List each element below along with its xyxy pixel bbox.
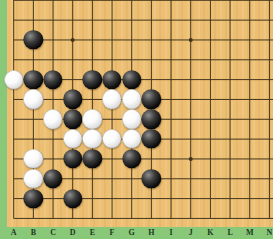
- board-intersection[interactable]: [63, 30, 83, 50]
- board-intersection[interactable]: [259, 70, 273, 90]
- board-intersection[interactable]: [82, 90, 102, 110]
- board-intersection[interactable]: [102, 169, 122, 189]
- board-intersection[interactable]: [82, 109, 102, 129]
- black-stone: [43, 70, 62, 89]
- board-intersection[interactable]: [220, 129, 240, 149]
- board-intersection[interactable]: [200, 70, 220, 90]
- board-intersection[interactable]: [240, 149, 260, 169]
- column-label-i: I: [169, 228, 172, 238]
- board-intersection[interactable]: [24, 169, 44, 189]
- board-intersection[interactable]: [63, 189, 83, 209]
- column-label-f: F: [110, 228, 115, 238]
- board-intersection[interactable]: [141, 10, 161, 30]
- board-intersection[interactable]: [200, 50, 220, 70]
- board-intersection[interactable]: [4, 129, 24, 149]
- board-intersection[interactable]: [43, 10, 63, 30]
- board-intersection[interactable]: [200, 209, 220, 229]
- board-intersection[interactable]: [259, 50, 273, 70]
- board-intersection[interactable]: [122, 169, 142, 189]
- board-intersection[interactable]: [63, 109, 83, 129]
- board-intersection[interactable]: [161, 209, 181, 229]
- board-intersection[interactable]: [220, 10, 240, 30]
- go-board: [4, 0, 273, 228]
- white-stone: [122, 110, 141, 129]
- white-stone: [83, 129, 102, 148]
- board-intersection[interactable]: [82, 50, 102, 70]
- board-intersection[interactable]: [181, 0, 201, 10]
- column-label-h: H: [148, 228, 154, 238]
- white-stone: [63, 129, 82, 148]
- board-intersection[interactable]: [24, 189, 44, 209]
- board-intersection[interactable]: [141, 149, 161, 169]
- black-stone: [24, 189, 43, 208]
- white-stone: [122, 129, 141, 148]
- board-intersection[interactable]: [240, 169, 260, 189]
- board-intersection[interactable]: [102, 30, 122, 50]
- white-stone: [4, 70, 23, 89]
- board-intersection[interactable]: [43, 129, 63, 149]
- board-intersection[interactable]: [82, 30, 102, 50]
- board-intersection[interactable]: [4, 70, 24, 90]
- column-label-l: L: [227, 228, 232, 238]
- go-app-window: ABCDEFGHIJKLMN: [0, 0, 273, 239]
- board-intersection[interactable]: [141, 189, 161, 209]
- board-intersection[interactable]: [122, 209, 142, 229]
- board-intersection[interactable]: [181, 10, 201, 30]
- white-stone: [24, 90, 43, 109]
- board-intersection[interactable]: [24, 30, 44, 50]
- black-stone: [122, 70, 141, 89]
- board-intersection[interactable]: [259, 30, 273, 50]
- board-intersection[interactable]: [161, 149, 181, 169]
- board-intersection[interactable]: [63, 10, 83, 30]
- board-intersection[interactable]: [141, 70, 161, 90]
- board-intersection[interactable]: [63, 50, 83, 70]
- board-intersection[interactable]: [240, 50, 260, 70]
- board-intersection[interactable]: [63, 209, 83, 229]
- board-intersection[interactable]: [63, 90, 83, 110]
- board-intersection[interactable]: [122, 189, 142, 209]
- board-intersection[interactable]: [43, 0, 63, 10]
- board-intersection[interactable]: [200, 10, 220, 30]
- board-intersection[interactable]: [122, 90, 142, 110]
- board-intersection[interactable]: [161, 10, 181, 30]
- board-intersection[interactable]: [82, 169, 102, 189]
- board-intersection[interactable]: [240, 109, 260, 129]
- board-intersection[interactable]: [161, 90, 181, 110]
- board-intersection[interactable]: [141, 109, 161, 129]
- board-intersection[interactable]: [259, 129, 273, 149]
- white-stone: [83, 110, 102, 129]
- board-intersection[interactable]: [102, 50, 122, 70]
- board-intersection[interactable]: [240, 70, 260, 90]
- board-intersection[interactable]: [161, 109, 181, 129]
- board-intersection[interactable]: [122, 50, 142, 70]
- board-intersection[interactable]: [82, 209, 102, 229]
- board-intersection[interactable]: [240, 0, 260, 10]
- board-intersection[interactable]: [181, 209, 201, 229]
- board-intersection[interactable]: [24, 209, 44, 229]
- board-intersection[interactable]: [82, 149, 102, 169]
- board-intersection[interactable]: [259, 10, 273, 30]
- white-stone: [102, 90, 121, 109]
- board-intersection[interactable]: [220, 50, 240, 70]
- board-intersection[interactable]: [4, 109, 24, 129]
- board-intersection[interactable]: [141, 30, 161, 50]
- board-intersection[interactable]: [220, 189, 240, 209]
- board-intersection[interactable]: [200, 90, 220, 110]
- board-intersection[interactable]: [43, 169, 63, 189]
- board-intersection[interactable]: [200, 30, 220, 50]
- board-intersection[interactable]: [43, 70, 63, 90]
- black-stone: [142, 110, 161, 129]
- board-intersection[interactable]: [43, 189, 63, 209]
- board-intersection[interactable]: [200, 149, 220, 169]
- board-intersection[interactable]: [240, 10, 260, 30]
- board-intersection[interactable]: [24, 90, 44, 110]
- black-stone: [63, 90, 82, 109]
- board-intersection[interactable]: [82, 70, 102, 90]
- board-intersection[interactable]: [181, 189, 201, 209]
- board-intersection[interactable]: [141, 0, 161, 10]
- column-label-c: C: [50, 228, 56, 238]
- board-intersection[interactable]: [102, 0, 122, 10]
- column-label-m: M: [246, 228, 254, 238]
- column-label-n: N: [267, 228, 273, 238]
- board-intersection[interactable]: [122, 10, 142, 30]
- board-intersection[interactable]: [259, 209, 273, 229]
- column-label-b: B: [31, 228, 36, 238]
- white-stone: [24, 169, 43, 188]
- board-intersection[interactable]: [240, 30, 260, 50]
- black-stone: [63, 189, 82, 208]
- white-stone: [102, 129, 121, 148]
- board-intersection[interactable]: [240, 129, 260, 149]
- coordinate-label-bar: ABCDEFGHIJKLMN: [0, 227, 273, 239]
- board-intersection[interactable]: [240, 189, 260, 209]
- board-intersection[interactable]: [161, 189, 181, 209]
- black-stone: [142, 169, 161, 188]
- black-stone: [122, 149, 141, 168]
- black-stone: [142, 90, 161, 109]
- column-label-g: G: [129, 228, 135, 238]
- board-intersection[interactable]: [181, 109, 201, 129]
- board-intersection[interactable]: [122, 109, 142, 129]
- board-intersection[interactable]: [122, 0, 142, 10]
- board-intersection[interactable]: [43, 30, 63, 50]
- board-intersection[interactable]: [102, 189, 122, 209]
- board-intersection[interactable]: [4, 209, 24, 229]
- column-label-j: J: [189, 228, 193, 238]
- board-intersection[interactable]: [63, 149, 83, 169]
- board-intersection[interactable]: [122, 30, 142, 50]
- board-intersection[interactable]: [259, 90, 273, 110]
- board-intersection[interactable]: [181, 169, 201, 189]
- board-intersection[interactable]: [43, 50, 63, 70]
- board-intersection[interactable]: [161, 169, 181, 189]
- board-intersection[interactable]: [4, 10, 24, 30]
- board-intersection[interactable]: [259, 149, 273, 169]
- board-intersection[interactable]: [4, 90, 24, 110]
- board-intersection[interactable]: [4, 30, 24, 50]
- board-intersection[interactable]: [220, 0, 240, 10]
- board-intersection[interactable]: [181, 149, 201, 169]
- board-intersection[interactable]: [220, 70, 240, 90]
- black-stone: [43, 169, 62, 188]
- board-intersection[interactable]: [24, 70, 44, 90]
- board-intersection[interactable]: [181, 50, 201, 70]
- board-intersection[interactable]: [122, 149, 142, 169]
- board-intersection[interactable]: [102, 10, 122, 30]
- board-intersection[interactable]: [141, 209, 161, 229]
- black-stone: [83, 149, 102, 168]
- board-intersection[interactable]: [259, 189, 273, 209]
- white-stone: [43, 110, 62, 129]
- board-intersection[interactable]: [82, 10, 102, 30]
- board-intersection[interactable]: [141, 50, 161, 70]
- board-intersection[interactable]: [220, 90, 240, 110]
- board-intersection[interactable]: [220, 149, 240, 169]
- white-stone: [24, 149, 43, 168]
- board-intersection[interactable]: [220, 169, 240, 189]
- board-intersection[interactable]: [82, 189, 102, 209]
- board-intersection[interactable]: [4, 189, 24, 209]
- column-label-e: E: [90, 228, 95, 238]
- board-intersection[interactable]: [4, 0, 24, 10]
- board-intersection[interactable]: [200, 109, 220, 129]
- board-intersection[interactable]: [102, 129, 122, 149]
- black-stone: [24, 30, 43, 49]
- board-intersection[interactable]: [4, 169, 24, 189]
- black-stone: [63, 149, 82, 168]
- board-intersection[interactable]: [102, 90, 122, 110]
- column-label-a: A: [11, 228, 17, 238]
- board-intersection[interactable]: [24, 149, 44, 169]
- board-intersection[interactable]: [200, 189, 220, 209]
- board-intersection[interactable]: [161, 70, 181, 90]
- board-intersection[interactable]: [102, 209, 122, 229]
- board-intersection[interactable]: [200, 129, 220, 149]
- board-intersection[interactable]: [24, 129, 44, 149]
- board-intersection[interactable]: [161, 30, 181, 50]
- board-intersection[interactable]: [141, 129, 161, 149]
- column-label-k: K: [207, 228, 213, 238]
- board-intersection[interactable]: [63, 70, 83, 90]
- board-intersection[interactable]: [240, 90, 260, 110]
- board-intersection[interactable]: [259, 169, 273, 189]
- board-intersection[interactable]: [200, 169, 220, 189]
- board-intersection[interactable]: [181, 90, 201, 110]
- white-stone: [122, 90, 141, 109]
- board-intersection[interactable]: [102, 109, 122, 129]
- board-intersection[interactable]: [43, 90, 63, 110]
- board-intersection[interactable]: [122, 70, 142, 90]
- board-intersection[interactable]: [43, 149, 63, 169]
- board-intersection[interactable]: [141, 169, 161, 189]
- board-intersection[interactable]: [161, 50, 181, 70]
- board-intersection[interactable]: [82, 0, 102, 10]
- black-stone: [102, 70, 121, 89]
- board-intersection[interactable]: [82, 129, 102, 149]
- board-intersection[interactable]: [220, 109, 240, 129]
- board-intersection[interactable]: [161, 0, 181, 10]
- board-intersection[interactable]: [4, 50, 24, 70]
- board-intersection[interactable]: [63, 0, 83, 10]
- board-intersection[interactable]: [181, 70, 201, 90]
- board-intersection[interactable]: [24, 109, 44, 129]
- board-intersection[interactable]: [102, 149, 122, 169]
- board-intersection[interactable]: [220, 209, 240, 229]
- board-intersection[interactable]: [4, 149, 24, 169]
- black-stone: [83, 70, 102, 89]
- board-intersection[interactable]: [259, 109, 273, 129]
- board-intersection[interactable]: [43, 109, 63, 129]
- board-intersection[interactable]: [181, 30, 201, 50]
- column-label-d: D: [70, 228, 76, 238]
- board-intersection[interactable]: [181, 129, 201, 149]
- board-intersection[interactable]: [102, 70, 122, 90]
- board-intersection[interactable]: [259, 0, 273, 10]
- board-intersection[interactable]: [63, 129, 83, 149]
- board-intersection[interactable]: [122, 129, 142, 149]
- board-intersection[interactable]: [161, 129, 181, 149]
- black-stone: [24, 70, 43, 89]
- board-intersection[interactable]: [141, 90, 161, 110]
- board-intersection[interactable]: [24, 0, 44, 10]
- board-intersection[interactable]: [63, 169, 83, 189]
- board-intersection[interactable]: [24, 50, 44, 70]
- board-intersection[interactable]: [43, 209, 63, 229]
- board-intersection[interactable]: [240, 209, 260, 229]
- black-stone: [142, 129, 161, 148]
- board-intersection[interactable]: [24, 10, 44, 30]
- black-stone: [63, 110, 82, 129]
- board-intersection[interactable]: [220, 30, 240, 50]
- board-intersection[interactable]: [200, 0, 220, 10]
